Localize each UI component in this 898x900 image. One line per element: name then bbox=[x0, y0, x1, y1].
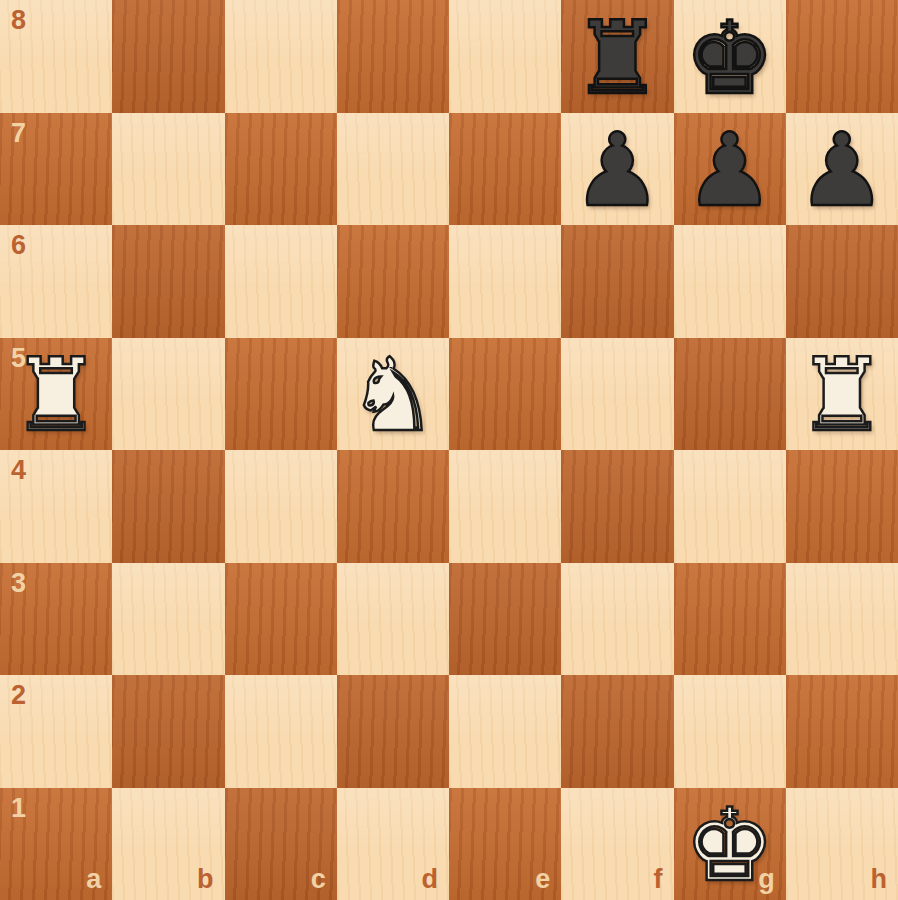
rank-label-2: 2 bbox=[11, 682, 26, 709]
square-g8[interactable]: ♚ bbox=[674, 0, 786, 113]
square-h4[interactable] bbox=[786, 450, 898, 563]
square-h6[interactable] bbox=[786, 225, 898, 338]
square-d8[interactable] bbox=[337, 0, 449, 113]
square-g3[interactable] bbox=[674, 563, 786, 676]
rank-label-6: 6 bbox=[11, 232, 26, 259]
black-pawn-h7[interactable]: ♟ bbox=[786, 115, 898, 226]
rank-label-8: 8 bbox=[11, 7, 26, 34]
black-pawn-g7[interactable]: ♟ bbox=[674, 115, 786, 226]
square-c1[interactable]: c bbox=[225, 788, 337, 900]
square-b4[interactable] bbox=[112, 450, 224, 563]
square-e7[interactable] bbox=[449, 113, 561, 226]
black-pawn-f7[interactable]: ♟ bbox=[561, 115, 673, 226]
square-a8[interactable]: 8 bbox=[0, 0, 112, 113]
square-f2[interactable] bbox=[561, 675, 673, 788]
file-label-a: a bbox=[86, 866, 101, 893]
rank-label-4: 4 bbox=[11, 457, 26, 484]
square-a3[interactable]: 3 bbox=[0, 563, 112, 676]
square-f1[interactable]: f bbox=[561, 788, 673, 900]
rank-label-3: 3 bbox=[11, 570, 26, 597]
square-h5[interactable]: ♜ bbox=[786, 338, 898, 451]
square-d6[interactable] bbox=[337, 225, 449, 338]
file-label-d: d bbox=[422, 866, 439, 893]
square-g7[interactable]: ♟ bbox=[674, 113, 786, 226]
square-b2[interactable] bbox=[112, 675, 224, 788]
file-label-c: c bbox=[311, 866, 326, 893]
square-b6[interactable] bbox=[112, 225, 224, 338]
rank-label-7: 7 bbox=[11, 120, 26, 147]
square-h7[interactable]: ♟ bbox=[786, 113, 898, 226]
square-h3[interactable] bbox=[786, 563, 898, 676]
square-b1[interactable]: b bbox=[112, 788, 224, 900]
square-a5[interactable]: 5♜ bbox=[0, 338, 112, 451]
square-e4[interactable] bbox=[449, 450, 561, 563]
file-label-h: h bbox=[871, 866, 888, 893]
square-f7[interactable]: ♟ bbox=[561, 113, 673, 226]
square-d7[interactable] bbox=[337, 113, 449, 226]
file-label-f: f bbox=[654, 866, 663, 893]
square-d1[interactable]: d bbox=[337, 788, 449, 900]
square-e1[interactable]: e bbox=[449, 788, 561, 900]
square-c7[interactable] bbox=[225, 113, 337, 226]
square-d2[interactable] bbox=[337, 675, 449, 788]
square-h2[interactable] bbox=[786, 675, 898, 788]
square-a2[interactable]: 2 bbox=[0, 675, 112, 788]
white-knight-d5[interactable]: ♞ bbox=[337, 340, 449, 451]
square-g2[interactable] bbox=[674, 675, 786, 788]
square-e6[interactable] bbox=[449, 225, 561, 338]
square-c6[interactable] bbox=[225, 225, 337, 338]
square-b8[interactable] bbox=[112, 0, 224, 113]
square-g4[interactable] bbox=[674, 450, 786, 563]
square-f5[interactable] bbox=[561, 338, 673, 451]
file-label-g: g bbox=[758, 866, 775, 893]
square-f8[interactable]: ♜ bbox=[561, 0, 673, 113]
square-b5[interactable] bbox=[112, 338, 224, 451]
square-g5[interactable] bbox=[674, 338, 786, 451]
chess-board: 8♜♚7♟♟♟65♜♞♜4321abcdefg♚h bbox=[0, 0, 898, 900]
rank-label-1: 1 bbox=[11, 795, 26, 822]
square-c2[interactable] bbox=[225, 675, 337, 788]
square-d4[interactable] bbox=[337, 450, 449, 563]
square-a7[interactable]: 7 bbox=[0, 113, 112, 226]
square-b7[interactable] bbox=[112, 113, 224, 226]
square-c3[interactable] bbox=[225, 563, 337, 676]
square-e2[interactable] bbox=[449, 675, 561, 788]
square-h1[interactable]: h bbox=[786, 788, 898, 900]
square-g1[interactable]: g♚ bbox=[674, 788, 786, 900]
square-e3[interactable] bbox=[449, 563, 561, 676]
white-rook-h5[interactable]: ♜ bbox=[786, 340, 898, 451]
black-king-g8[interactable]: ♚ bbox=[674, 2, 786, 113]
square-d5[interactable]: ♞ bbox=[337, 338, 449, 451]
square-c4[interactable] bbox=[225, 450, 337, 563]
square-a1[interactable]: 1a bbox=[0, 788, 112, 900]
square-d3[interactable] bbox=[337, 563, 449, 676]
square-b3[interactable] bbox=[112, 563, 224, 676]
square-a6[interactable]: 6 bbox=[0, 225, 112, 338]
rank-label-5: 5 bbox=[11, 345, 26, 372]
square-f3[interactable] bbox=[561, 563, 673, 676]
square-c5[interactable] bbox=[225, 338, 337, 451]
square-h8[interactable] bbox=[786, 0, 898, 113]
file-label-e: e bbox=[535, 866, 550, 893]
square-e5[interactable] bbox=[449, 338, 561, 451]
file-label-b: b bbox=[197, 866, 214, 893]
square-e8[interactable] bbox=[449, 0, 561, 113]
square-f6[interactable] bbox=[561, 225, 673, 338]
black-rook-f8[interactable]: ♜ bbox=[561, 2, 673, 113]
square-g6[interactable] bbox=[674, 225, 786, 338]
square-c8[interactable] bbox=[225, 0, 337, 113]
square-a4[interactable]: 4 bbox=[0, 450, 112, 563]
square-f4[interactable] bbox=[561, 450, 673, 563]
